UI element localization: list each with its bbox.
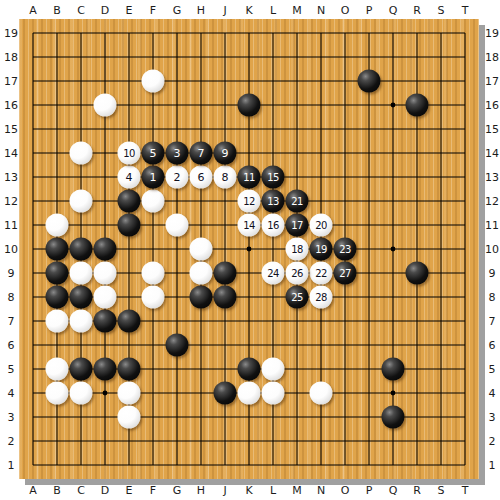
- row-label-left-2: 2: [8, 436, 15, 447]
- row-label-right-11: 11: [485, 220, 499, 231]
- row-label-right-17: 17: [485, 76, 499, 87]
- col-label-top-P: P: [366, 5, 373, 16]
- col-label-bottom-B: B: [53, 485, 61, 496]
- row-label-left-15: 15: [4, 124, 18, 135]
- col-label-top-N: N: [317, 5, 325, 16]
- col-label-bottom-A: A: [29, 485, 37, 496]
- row-label-right-8: 8: [489, 292, 496, 303]
- row-label-right-12: 12: [485, 196, 499, 207]
- row-label-left-10: 10: [4, 244, 18, 255]
- row-label-right-14: 14: [485, 148, 499, 159]
- col-label-bottom-S: S: [438, 485, 445, 496]
- row-label-left-9: 9: [8, 268, 15, 279]
- goban-board[interactable]: [19, 19, 479, 479]
- go-diagram: AABBCCDDEEFFGGHHJJKKLLMMNNOOPPQQRRSSTT19…: [0, 0, 500, 500]
- col-label-bottom-Q: Q: [389, 485, 398, 496]
- row-label-right-19: 19: [485, 28, 499, 39]
- col-label-top-F: F: [150, 5, 156, 16]
- col-label-bottom-C: C: [77, 485, 85, 496]
- col-label-top-D: D: [101, 5, 109, 16]
- col-label-top-J: J: [223, 5, 226, 16]
- col-label-bottom-T: T: [462, 485, 469, 496]
- col-label-top-L: L: [270, 5, 276, 16]
- row-label-right-10: 10: [485, 244, 499, 255]
- row-label-left-1: 1: [8, 460, 15, 471]
- col-label-top-C: C: [77, 5, 85, 16]
- row-label-right-3: 3: [489, 412, 496, 423]
- row-label-left-18: 18: [4, 52, 18, 63]
- col-label-bottom-J: J: [223, 485, 226, 496]
- row-label-left-3: 3: [8, 412, 15, 423]
- col-label-bottom-H: H: [197, 485, 205, 496]
- col-label-bottom-O: O: [341, 485, 350, 496]
- col-label-top-G: G: [173, 5, 182, 16]
- col-label-bottom-L: L: [270, 485, 276, 496]
- row-label-right-2: 2: [489, 436, 496, 447]
- col-label-bottom-K: K: [245, 485, 252, 496]
- col-label-bottom-R: R: [413, 485, 421, 496]
- col-label-bottom-P: P: [366, 485, 373, 496]
- col-label-bottom-E: E: [126, 485, 133, 496]
- row-label-left-5: 5: [8, 364, 15, 375]
- col-label-bottom-D: D: [101, 485, 109, 496]
- row-label-left-19: 19: [4, 28, 18, 39]
- row-label-left-6: 6: [8, 340, 15, 351]
- row-label-left-7: 7: [8, 316, 15, 327]
- col-label-top-T: T: [462, 5, 469, 16]
- col-label-bottom-F: F: [150, 485, 156, 496]
- col-label-bottom-M: M: [292, 485, 302, 496]
- col-label-top-M: M: [292, 5, 302, 16]
- col-label-top-A: A: [29, 5, 37, 16]
- col-label-top-R: R: [413, 5, 421, 16]
- col-label-top-K: K: [245, 5, 252, 16]
- row-label-right-16: 16: [485, 100, 499, 111]
- col-label-top-B: B: [53, 5, 61, 16]
- row-label-right-5: 5: [489, 364, 496, 375]
- row-label-right-9: 9: [489, 268, 496, 279]
- col-label-bottom-N: N: [317, 485, 325, 496]
- row-label-left-16: 16: [4, 100, 18, 111]
- row-label-left-4: 4: [8, 388, 15, 399]
- row-label-left-8: 8: [8, 292, 15, 303]
- row-label-right-13: 13: [485, 172, 499, 183]
- col-label-top-Q: Q: [389, 5, 398, 16]
- col-label-top-H: H: [197, 5, 205, 16]
- row-label-left-13: 13: [4, 172, 18, 183]
- row-label-right-6: 6: [489, 340, 496, 351]
- col-label-top-O: O: [341, 5, 350, 16]
- row-label-left-14: 14: [4, 148, 18, 159]
- row-label-right-15: 15: [485, 124, 499, 135]
- row-label-right-1: 1: [489, 460, 496, 471]
- row-label-right-18: 18: [485, 52, 499, 63]
- col-label-bottom-G: G: [173, 485, 182, 496]
- row-label-right-7: 7: [489, 316, 496, 327]
- row-label-left-17: 17: [4, 76, 18, 87]
- col-label-top-S: S: [438, 5, 445, 16]
- row-label-left-12: 12: [4, 196, 18, 207]
- row-label-right-4: 4: [489, 388, 496, 399]
- col-label-top-E: E: [126, 5, 133, 16]
- row-label-left-11: 11: [4, 220, 18, 231]
